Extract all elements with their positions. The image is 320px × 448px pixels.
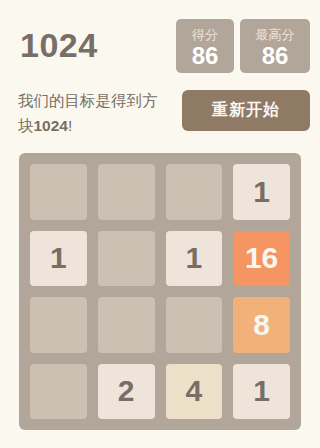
tile-1: 1 xyxy=(30,231,87,287)
best-score-label: 最高分 xyxy=(240,27,310,42)
tile-2: 2 xyxy=(98,364,155,420)
tile-16: 16 xyxy=(233,231,290,287)
restart-button[interactable]: 重新开始 xyxy=(182,90,310,131)
game-page: 1024 得分 86 最高分 86 我们的目标是得到方块1024! 重新开始 1… xyxy=(0,0,320,448)
game-board[interactable]: 111168241 xyxy=(19,153,301,430)
score-label: 得分 xyxy=(176,27,234,42)
tile-1: 1 xyxy=(166,231,223,287)
best-score-box: 最高分 86 xyxy=(240,19,310,73)
tile-1: 1 xyxy=(233,164,290,220)
empty-cell xyxy=(30,364,87,420)
tile-1: 1 xyxy=(233,364,290,420)
tile-8: 8 xyxy=(233,297,290,353)
empty-cell xyxy=(98,297,155,353)
goal-text-suffix: ! xyxy=(68,117,72,134)
empty-cell xyxy=(166,297,223,353)
score-box: 得分 86 xyxy=(176,19,234,73)
goal-text-target: 1024 xyxy=(34,117,68,134)
score-value: 86 xyxy=(176,42,234,69)
best-score-value: 86 xyxy=(240,42,310,69)
tile-4: 4 xyxy=(166,364,223,420)
empty-cell xyxy=(98,231,155,287)
empty-cell xyxy=(166,164,223,220)
empty-cell xyxy=(30,297,87,353)
page-title: 1024 xyxy=(20,27,98,63)
empty-cell xyxy=(30,164,87,220)
goal-text: 我们的目标是得到方块1024! xyxy=(18,88,170,138)
empty-cell xyxy=(98,164,155,220)
